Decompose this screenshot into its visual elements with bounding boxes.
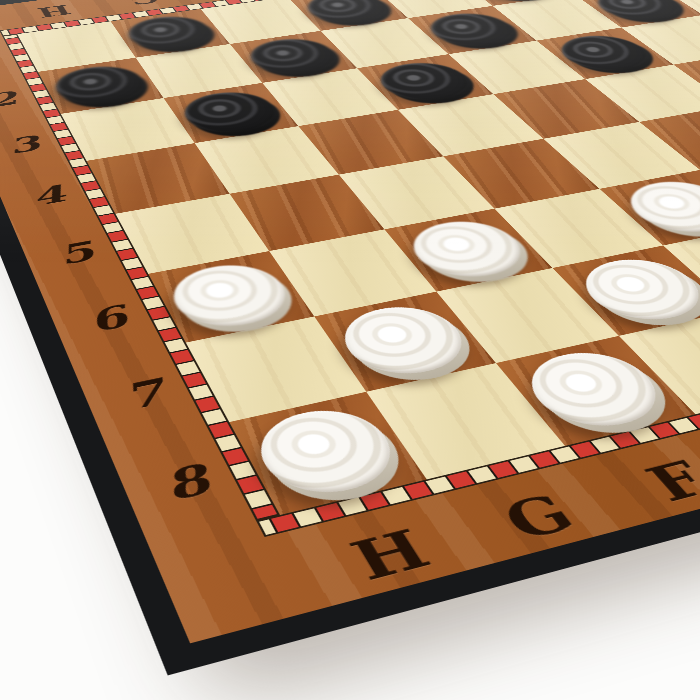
file-label-near-f: F	[633, 450, 700, 512]
rank-label-left-5: 5	[52, 236, 100, 271]
rank-label-left-4: 4	[26, 180, 71, 211]
checkers-board: 1122334455667788HHGGFFEEDDCCBBAA	[0, 0, 700, 675]
rank-label-left-3: 3	[3, 131, 44, 158]
rank-label-left-7: 7	[115, 371, 172, 418]
rank-label-left-2: 2	[0, 87, 21, 111]
file-label-far-h: H	[34, 2, 75, 21]
file-label-far-g: G	[125, 0, 164, 8]
rank-label-left-1: 1	[0, 48, 1, 70]
checkers-board-photo: 1122334455667788HHGGFFEEDDCCBBAA	[0, 0, 700, 700]
rank-label-left-8: 8	[155, 456, 218, 511]
file-label-near-g: G	[490, 483, 587, 551]
rank-label-left-6: 6	[81, 299, 133, 339]
file-label-near-h: H	[340, 518, 442, 593]
